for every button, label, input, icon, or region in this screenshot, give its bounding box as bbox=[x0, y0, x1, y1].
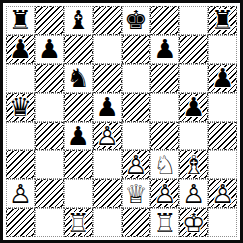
piece-white-king: ♚♔ bbox=[180, 209, 207, 236]
chess-board-grid: ♜♝♚♜♟♟♟♞♟♛♟♟♟♟♙♟♙♞♘♝♗♟♙♛♕♟♙♟♙♟♙♜♖♜♖♚♔ bbox=[6, 6, 237, 237]
square-h2[interactable]: ♟♙ bbox=[208, 179, 237, 208]
square-g5[interactable]: ♟ bbox=[179, 93, 208, 122]
piece-black-rook: ♜ bbox=[209, 7, 236, 34]
piece-white-pawn: ♟♙ bbox=[180, 180, 207, 207]
piece-black-bishop: ♝ bbox=[65, 7, 92, 34]
square-a1[interactable] bbox=[6, 208, 35, 237]
piece-white-pawn: ♟♙ bbox=[151, 180, 178, 207]
piece-black-knight: ♞ bbox=[65, 65, 92, 92]
square-c8[interactable]: ♝ bbox=[64, 6, 93, 35]
square-h7[interactable] bbox=[208, 35, 237, 64]
square-c3[interactable] bbox=[64, 150, 93, 179]
piece-black-pawn: ♟ bbox=[7, 36, 34, 63]
piece-black-pawn: ♟ bbox=[36, 36, 63, 63]
square-d5[interactable]: ♟ bbox=[93, 93, 122, 122]
square-h6[interactable]: ♟ bbox=[208, 64, 237, 93]
square-h1[interactable] bbox=[208, 208, 237, 237]
square-e3[interactable]: ♟♙ bbox=[122, 150, 151, 179]
square-a7[interactable]: ♟ bbox=[6, 35, 35, 64]
square-e5[interactable] bbox=[122, 93, 151, 122]
square-b6[interactable] bbox=[35, 64, 64, 93]
square-f7[interactable]: ♟ bbox=[150, 35, 179, 64]
square-b1[interactable] bbox=[35, 208, 64, 237]
square-e7[interactable] bbox=[122, 35, 151, 64]
square-f2[interactable]: ♟♙ bbox=[150, 179, 179, 208]
piece-white-pawn: ♟♙ bbox=[209, 180, 236, 207]
piece-white-bishop: ♝♗ bbox=[180, 151, 207, 178]
square-c5[interactable] bbox=[64, 93, 93, 122]
piece-black-rook: ♜ bbox=[7, 7, 34, 34]
square-h4[interactable] bbox=[208, 122, 237, 151]
square-f3[interactable]: ♞♘ bbox=[150, 150, 179, 179]
piece-white-knight: ♞♘ bbox=[151, 151, 178, 178]
square-d1[interactable] bbox=[93, 208, 122, 237]
piece-black-pawn: ♟ bbox=[151, 36, 178, 63]
square-e6[interactable] bbox=[122, 64, 151, 93]
piece-white-rook: ♜♖ bbox=[65, 209, 92, 236]
square-b4[interactable] bbox=[35, 122, 64, 151]
square-c7[interactable] bbox=[64, 35, 93, 64]
square-b7[interactable]: ♟ bbox=[35, 35, 64, 64]
square-f6[interactable] bbox=[150, 64, 179, 93]
square-g1[interactable]: ♚♔ bbox=[179, 208, 208, 237]
square-a6[interactable] bbox=[6, 64, 35, 93]
square-b5[interactable] bbox=[35, 93, 64, 122]
piece-white-pawn: ♟♙ bbox=[7, 180, 34, 207]
square-g8[interactable] bbox=[179, 6, 208, 35]
square-f8[interactable] bbox=[150, 6, 179, 35]
piece-black-queen: ♛ bbox=[7, 94, 34, 121]
square-f4[interactable] bbox=[150, 122, 179, 151]
square-b8[interactable] bbox=[35, 6, 64, 35]
square-a8[interactable]: ♜ bbox=[6, 6, 35, 35]
square-g3[interactable]: ♝♗ bbox=[179, 150, 208, 179]
square-b2[interactable] bbox=[35, 179, 64, 208]
piece-white-pawn: ♟♙ bbox=[123, 151, 150, 178]
square-e2[interactable]: ♛♕ bbox=[122, 179, 151, 208]
piece-black-pawn: ♟ bbox=[180, 94, 207, 121]
square-e4[interactable] bbox=[122, 122, 151, 151]
square-e1[interactable] bbox=[122, 208, 151, 237]
square-f1[interactable]: ♜♖ bbox=[150, 208, 179, 237]
piece-white-rook: ♜♖ bbox=[151, 209, 178, 236]
square-a3[interactable] bbox=[6, 150, 35, 179]
square-a2[interactable]: ♟♙ bbox=[6, 179, 35, 208]
square-c1[interactable]: ♜♖ bbox=[64, 208, 93, 237]
piece-white-queen: ♛♕ bbox=[123, 180, 150, 207]
piece-white-pawn: ♟♙ bbox=[94, 123, 121, 150]
square-d6[interactable] bbox=[93, 64, 122, 93]
piece-black-pawn: ♟ bbox=[94, 94, 121, 121]
square-d7[interactable] bbox=[93, 35, 122, 64]
square-c6[interactable]: ♞ bbox=[64, 64, 93, 93]
square-d3[interactable] bbox=[93, 150, 122, 179]
square-h5[interactable] bbox=[208, 93, 237, 122]
square-d2[interactable] bbox=[93, 179, 122, 208]
chess-board: ♜♝♚♜♟♟♟♞♟♛♟♟♟♟♙♟♙♞♘♝♗♟♙♛♕♟♙♟♙♟♙♜♖♜♖♚♔ bbox=[0, 0, 243, 243]
square-g4[interactable] bbox=[179, 122, 208, 151]
square-a4[interactable] bbox=[6, 122, 35, 151]
piece-black-pawn: ♟ bbox=[209, 65, 236, 92]
square-h8[interactable]: ♜ bbox=[208, 6, 237, 35]
square-c4[interactable]: ♟ bbox=[64, 122, 93, 151]
square-h3[interactable] bbox=[208, 150, 237, 179]
square-d4[interactable]: ♟♙ bbox=[93, 122, 122, 151]
square-g6[interactable] bbox=[179, 64, 208, 93]
piece-black-king: ♚ bbox=[123, 7, 150, 34]
square-c2[interactable] bbox=[64, 179, 93, 208]
square-g2[interactable]: ♟♙ bbox=[179, 179, 208, 208]
square-d8[interactable] bbox=[93, 6, 122, 35]
square-a5[interactable]: ♛ bbox=[6, 93, 35, 122]
square-g7[interactable] bbox=[179, 35, 208, 64]
piece-black-pawn: ♟ bbox=[65, 123, 92, 150]
square-e8[interactable]: ♚ bbox=[122, 6, 151, 35]
square-b3[interactable] bbox=[35, 150, 64, 179]
square-f5[interactable] bbox=[150, 93, 179, 122]
